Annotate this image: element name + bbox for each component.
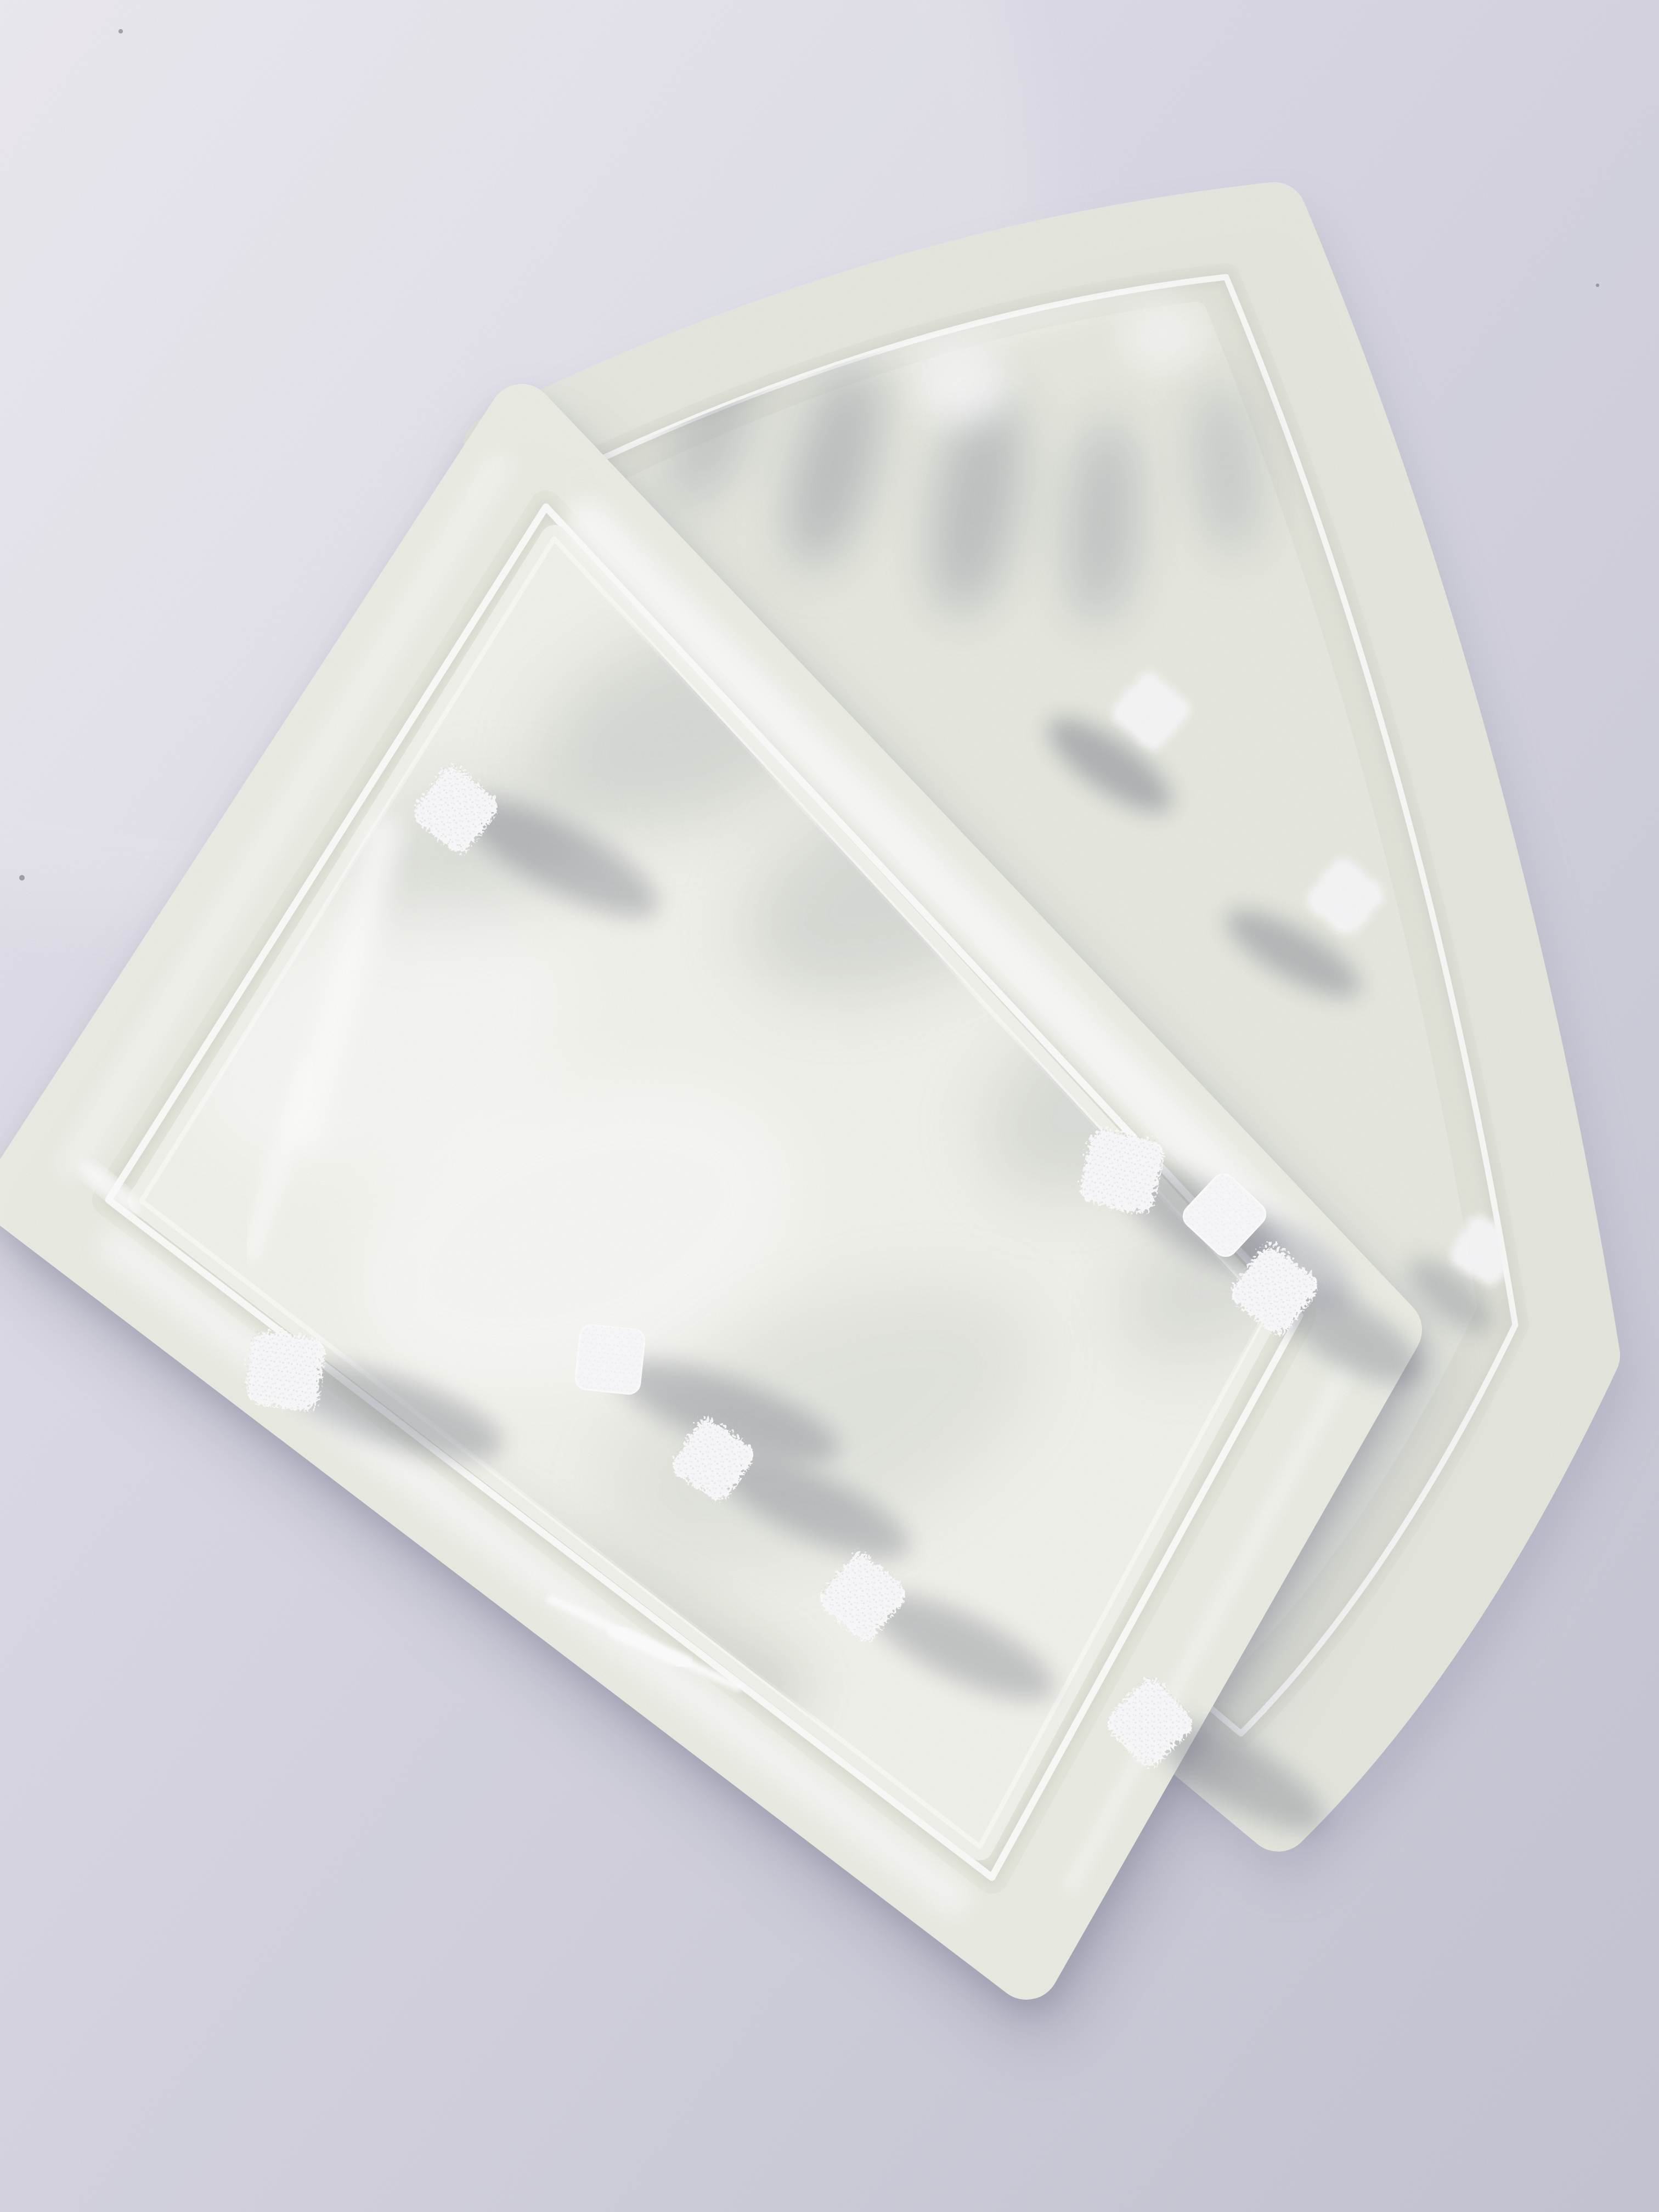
film-grain-overlay: [0, 0, 1659, 2212]
photo-scene: [0, 0, 1659, 2212]
blister-tray-photo: [0, 0, 1659, 2212]
